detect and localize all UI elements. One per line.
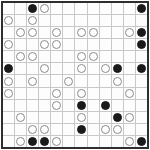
white-pearl — [40, 4, 49, 13]
cell-r0-c2[interactable] — [27, 3, 38, 14]
cell-r11-c1[interactable] — [15, 136, 26, 147]
cell-r4-c11[interactable] — [136, 51, 147, 62]
white-pearl — [125, 89, 134, 98]
cell-r8-c1[interactable] — [15, 100, 26, 111]
cell-r11-c0[interactable] — [3, 136, 14, 147]
cell-r1-c9[interactable] — [112, 15, 123, 26]
cell-r5-c3[interactable] — [39, 63, 50, 74]
cell-r7-c0[interactable] — [3, 88, 14, 99]
cell-r10-c2[interactable] — [27, 124, 38, 135]
cell-r4-c2[interactable] — [27, 51, 38, 62]
white-pearl — [16, 113, 25, 122]
cell-r0-c7[interactable] — [88, 3, 99, 14]
cell-r7-c2[interactable] — [27, 88, 38, 99]
cell-r10-c1[interactable] — [15, 124, 26, 135]
cell-r5-c5[interactable] — [63, 63, 74, 74]
white-pearl — [40, 64, 49, 73]
cell-r8-c7[interactable] — [88, 100, 99, 111]
cell-r11-c9[interactable] — [112, 136, 123, 147]
cell-r1-c8[interactable] — [100, 15, 111, 26]
cell-r1-c2[interactable] — [27, 15, 38, 26]
cell-r10-c5[interactable] — [63, 124, 74, 135]
cell-r0-c8[interactable] — [100, 3, 111, 14]
cell-r5-c10[interactable] — [124, 63, 135, 74]
cell-r6-c5[interactable] — [63, 75, 74, 86]
cell-r3-c8[interactable] — [100, 39, 111, 50]
white-pearl — [113, 77, 122, 86]
cell-r2-c1[interactable] — [15, 27, 26, 38]
cell-r2-c5[interactable] — [63, 27, 74, 38]
cell-r2-c7[interactable] — [88, 27, 99, 38]
white-pearl — [125, 28, 134, 37]
cell-r2-c2[interactable] — [27, 27, 38, 38]
black-pearl — [77, 101, 86, 110]
cell-r6-c11[interactable] — [136, 75, 147, 86]
cell-r3-c5[interactable] — [63, 39, 74, 50]
cell-r7-c7[interactable] — [88, 88, 99, 99]
cell-r10-c6[interactable] — [75, 124, 86, 135]
white-pearl — [77, 64, 86, 73]
cell-r4-c0[interactable] — [3, 51, 14, 62]
cell-r4-c8[interactable] — [100, 51, 111, 62]
black-pearl — [101, 101, 110, 110]
cell-r6-c2[interactable] — [27, 75, 38, 86]
white-pearl — [4, 40, 13, 49]
cell-r11-c11[interactable] — [136, 136, 147, 147]
cell-r1-c4[interactable] — [51, 15, 62, 26]
cell-r9-c4[interactable] — [51, 112, 62, 123]
cell-r6-c10[interactable] — [124, 75, 135, 86]
cell-r4-c1[interactable] — [15, 51, 26, 62]
cell-r0-c10[interactable] — [124, 3, 135, 14]
white-pearl — [16, 28, 25, 37]
white-pearl — [52, 137, 61, 146]
black-pearl — [137, 64, 146, 73]
cell-r7-c3[interactable] — [39, 88, 50, 99]
white-pearl — [89, 52, 98, 61]
cell-r2-c9[interactable] — [112, 27, 123, 38]
white-pearl — [28, 125, 37, 134]
cell-r7-c1[interactable] — [15, 88, 26, 99]
white-pearl — [101, 125, 110, 134]
white-pearl — [16, 52, 25, 61]
cell-r4-c9[interactable] — [112, 51, 123, 62]
cell-r11-c7[interactable] — [88, 136, 99, 147]
cell-r10-c3[interactable] — [39, 124, 50, 135]
cell-r7-c9[interactable] — [112, 88, 123, 99]
cell-r3-c9[interactable] — [112, 39, 123, 50]
cell-r4-c3[interactable] — [39, 51, 50, 62]
cell-r9-c11[interactable] — [136, 112, 147, 123]
white-pearl — [52, 40, 61, 49]
white-pearl — [77, 89, 86, 98]
cell-r11-c10[interactable] — [124, 136, 135, 147]
cell-r6-c1[interactable] — [15, 75, 26, 86]
white-pearl — [4, 16, 13, 25]
cell-r6-c7[interactable] — [88, 75, 99, 86]
cell-r2-c6[interactable] — [75, 27, 86, 38]
white-pearl — [125, 113, 134, 122]
cell-r5-c4[interactable] — [51, 63, 62, 74]
black-pearl — [113, 64, 122, 73]
cell-r0-c9[interactable] — [112, 3, 123, 14]
cell-r7-c11[interactable] — [136, 88, 147, 99]
cell-r2-c11[interactable] — [136, 27, 147, 38]
black-pearl — [137, 28, 146, 37]
white-pearl — [52, 101, 61, 110]
cell-r9-c10[interactable] — [124, 112, 135, 123]
white-pearl — [16, 137, 25, 146]
white-pearl — [28, 52, 37, 61]
cell-r10-c10[interactable] — [124, 124, 135, 135]
black-pearl — [137, 4, 146, 13]
cell-r11-c6[interactable] — [75, 136, 86, 147]
white-pearl — [52, 28, 61, 37]
cell-r8-c0[interactable] — [3, 100, 14, 111]
cell-r2-c10[interactable] — [124, 27, 135, 38]
cell-r0-c4[interactable] — [51, 3, 62, 14]
cell-r7-c4[interactable] — [51, 88, 62, 99]
cell-r6-c6[interactable] — [75, 75, 86, 86]
cell-r9-c8[interactable] — [100, 112, 111, 123]
cell-r5-c8[interactable] — [100, 63, 111, 74]
cell-r5-c11[interactable] — [136, 63, 147, 74]
cell-r1-c3[interactable] — [39, 15, 50, 26]
black-pearl — [40, 137, 49, 146]
cell-r10-c4[interactable] — [51, 124, 62, 135]
cell-r1-c0[interactable] — [3, 15, 14, 26]
white-pearl — [4, 77, 13, 86]
cell-r0-c0[interactable] — [3, 3, 14, 14]
cell-r2-c8[interactable] — [100, 27, 111, 38]
white-pearl — [40, 125, 49, 134]
cell-r8-c5[interactable] — [63, 100, 74, 111]
cell-r1-c11[interactable] — [136, 15, 147, 26]
white-pearl — [77, 113, 86, 122]
cell-r11-c8[interactable] — [100, 136, 111, 147]
cell-r1-c6[interactable] — [75, 15, 86, 26]
masyu-board — [1, 1, 149, 149]
black-pearl — [77, 125, 86, 134]
cell-r6-c0[interactable] — [3, 75, 14, 86]
cell-r10-c9[interactable] — [112, 124, 123, 135]
cell-r1-c1[interactable] — [15, 15, 26, 26]
cell-r10-c11[interactable] — [136, 124, 147, 135]
white-pearl — [125, 137, 134, 146]
black-pearl — [137, 137, 146, 146]
cell-r10-c7[interactable] — [88, 124, 99, 135]
cell-r3-c2[interactable] — [27, 39, 38, 50]
cell-r11-c3[interactable] — [39, 136, 50, 147]
cell-r7-c8[interactable] — [100, 88, 111, 99]
cell-r8-c2[interactable] — [27, 100, 38, 111]
cell-r9-c5[interactable] — [63, 112, 74, 123]
cell-r8-c6[interactable] — [75, 100, 86, 111]
black-pearl — [113, 113, 122, 122]
cell-r8-c9[interactable] — [112, 100, 123, 111]
cell-r6-c3[interactable] — [39, 75, 50, 86]
cell-r3-c4[interactable] — [51, 39, 62, 50]
cell-r5-c6[interactable] — [75, 63, 86, 74]
cell-r4-c4[interactable] — [51, 51, 62, 62]
cell-r9-c6[interactable] — [75, 112, 86, 123]
cell-r3-c0[interactable] — [3, 39, 14, 50]
cell-r11-c5[interactable] — [63, 136, 74, 147]
cell-r0-c5[interactable] — [63, 3, 74, 14]
cell-r10-c0[interactable] — [3, 124, 14, 135]
cell-r3-c6[interactable] — [75, 39, 86, 50]
cell-r5-c0[interactable] — [3, 63, 14, 74]
cell-r2-c0[interactable] — [3, 27, 14, 38]
cell-r5-c7[interactable] — [88, 63, 99, 74]
cell-r11-c2[interactable] — [27, 136, 38, 147]
cell-r7-c6[interactable] — [75, 88, 86, 99]
white-pearl — [52, 89, 61, 98]
cell-r5-c2[interactable] — [27, 63, 38, 74]
white-pearl — [28, 77, 37, 86]
white-pearl — [40, 40, 49, 49]
white-pearl — [64, 77, 73, 86]
cell-r0-c11[interactable] — [136, 3, 147, 14]
cell-r9-c0[interactable] — [3, 112, 14, 123]
cell-r8-c3[interactable] — [39, 100, 50, 111]
white-pearl — [4, 89, 13, 98]
cell-r0-c1[interactable] — [15, 3, 26, 14]
black-pearl — [137, 40, 146, 49]
cell-r1-c5[interactable] — [63, 15, 74, 26]
white-pearl — [101, 64, 110, 73]
black-pearl — [4, 64, 13, 73]
cell-r4-c10[interactable] — [124, 51, 135, 62]
cell-r9-c2[interactable] — [27, 112, 38, 123]
cell-r9-c1[interactable] — [15, 112, 26, 123]
cell-r8-c10[interactable] — [124, 100, 135, 111]
cell-r0-c6[interactable] — [75, 3, 86, 14]
cell-r3-c10[interactable] — [124, 39, 135, 50]
cell-r0-c3[interactable] — [39, 3, 50, 14]
white-pearl — [77, 28, 86, 37]
cell-r9-c7[interactable] — [88, 112, 99, 123]
cell-r4-c7[interactable] — [88, 51, 99, 62]
white-pearl — [113, 125, 122, 134]
white-pearl — [28, 28, 37, 37]
cell-r3-c3[interactable] — [39, 39, 50, 50]
cell-r1-c7[interactable] — [88, 15, 99, 26]
cell-r3-c7[interactable] — [88, 39, 99, 50]
cell-r7-c10[interactable] — [124, 88, 135, 99]
cell-r4-c5[interactable] — [63, 51, 74, 62]
cell-r3-c11[interactable] — [136, 39, 147, 50]
cell-r5-c9[interactable] — [112, 63, 123, 74]
cell-r8-c8[interactable] — [100, 100, 111, 111]
cell-r9-c9[interactable] — [112, 112, 123, 123]
cell-r11-c4[interactable] — [51, 136, 62, 147]
black-pearl — [28, 137, 37, 146]
cell-r9-c3[interactable] — [39, 112, 50, 123]
cell-r10-c8[interactable] — [100, 124, 111, 135]
white-pearl — [89, 28, 98, 37]
cell-r4-c6[interactable] — [75, 51, 86, 62]
black-pearl — [28, 4, 37, 13]
cell-r3-c1[interactable] — [15, 39, 26, 50]
white-pearl — [28, 16, 37, 25]
cell-r6-c8[interactable] — [100, 75, 111, 86]
cell-r1-c10[interactable] — [124, 15, 135, 26]
white-pearl — [77, 52, 86, 61]
cell-r2-c4[interactable] — [51, 27, 62, 38]
cell-r7-c5[interactable] — [63, 88, 74, 99]
cell-r5-c1[interactable] — [15, 63, 26, 74]
cell-r6-c4[interactable] — [51, 75, 62, 86]
cell-r6-c9[interactable] — [112, 75, 123, 86]
cell-r8-c11[interactable] — [136, 100, 147, 111]
cell-r2-c3[interactable] — [39, 27, 50, 38]
cell-r8-c4[interactable] — [51, 100, 62, 111]
